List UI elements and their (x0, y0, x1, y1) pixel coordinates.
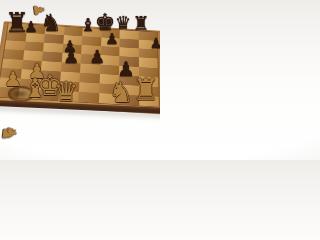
white-queen-d1[interactable]: ♛ (54, 78, 78, 105)
white-pawn-a2[interactable]: ♟ (4, 69, 22, 89)
black-pawn-e4[interactable]: ♟ (89, 48, 105, 66)
black-rook-h8[interactable]: ♜ (132, 14, 149, 33)
white-knight-g1[interactable]: ♞ (108, 79, 133, 107)
captured-white-knight[interactable]: ♞ (0, 124, 20, 143)
table-background: ♜♟♞♝♚♛♜♟♟♟♟♟♟♟♟♝♚♛♞♜♟♞ (0, 0, 160, 160)
pieces-layer: ♜♟♞♝♚♛♜♟♟♟♟♟♟♟♟♝♚♛♞♜♟♞ (0, 0, 160, 160)
black-pawn-d4[interactable]: ♟ (63, 48, 79, 66)
white-rook-h1[interactable]: ♜ (133, 75, 160, 105)
black-pawn-h6[interactable]: ♟ (150, 36, 160, 50)
black-bishop-e8[interactable]: ♝ (80, 16, 96, 34)
black-pawn-b7[interactable]: ♟ (24, 20, 37, 35)
captured-white-pawn[interactable]: ♟ (31, 3, 47, 17)
black-pawn-f6[interactable]: ♟ (105, 32, 118, 47)
